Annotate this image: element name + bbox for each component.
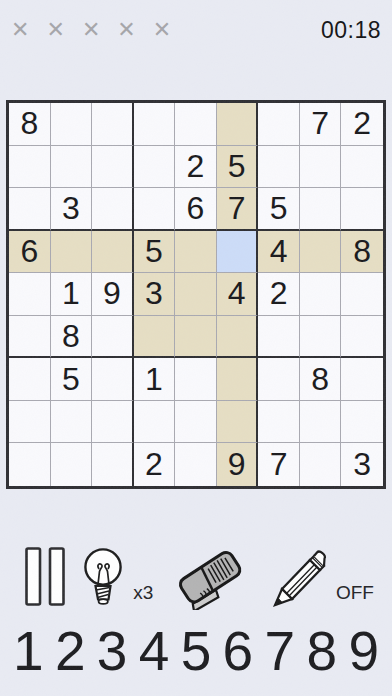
numpad-5[interactable]: 5 (181, 619, 212, 683)
sudoku-cell[interactable] (9, 358, 51, 401)
sudoku-cell[interactable]: 8 (300, 358, 342, 401)
sudoku-cell[interactable]: 3 (134, 273, 176, 316)
sudoku-cell[interactable]: 1 (51, 273, 93, 316)
pencil-icon (266, 545, 332, 609)
sudoku-cell[interactable]: 2 (258, 273, 300, 316)
sudoku-cell[interactable] (92, 188, 134, 231)
sudoku-board: 87225367565481934285182973 (6, 100, 386, 489)
sudoku-cell[interactable] (217, 316, 259, 359)
sudoku-cell[interactable]: 5 (217, 146, 259, 189)
sudoku-cell[interactable]: 3 (341, 443, 383, 486)
sudoku-cell[interactable]: 8 (341, 231, 383, 274)
numpad-3[interactable]: 3 (97, 619, 128, 683)
sudoku-cell[interactable] (92, 146, 134, 189)
pencil-button[interactable]: OFF (266, 545, 374, 609)
numpad-1[interactable]: 1 (13, 619, 44, 683)
sudoku-cell[interactable] (300, 146, 342, 189)
sudoku-cell[interactable] (175, 401, 217, 444)
sudoku-cell[interactable] (9, 443, 51, 486)
pause-button[interactable] (24, 546, 66, 608)
sudoku-cell[interactable] (134, 103, 176, 146)
sudoku-cell[interactable] (51, 231, 93, 274)
sudoku-cell[interactable]: 2 (134, 443, 176, 486)
numpad-6[interactable]: 6 (223, 619, 254, 683)
sudoku-cell[interactable]: 4 (258, 231, 300, 274)
sudoku-cell[interactable] (9, 146, 51, 189)
eraser-button[interactable] (167, 544, 253, 610)
sudoku-cell[interactable]: 7 (300, 103, 342, 146)
sudoku-cell[interactable] (92, 316, 134, 359)
sudoku-cell[interactable] (217, 103, 259, 146)
sudoku-cell[interactable]: 5 (51, 358, 93, 401)
mistake-x-icon: ✕ (82, 16, 100, 44)
sudoku-cell[interactable] (341, 401, 383, 444)
sudoku-cell[interactable] (175, 273, 217, 316)
numpad-9[interactable]: 9 (348, 619, 379, 683)
number-pad: 123456789 (0, 616, 392, 686)
sudoku-cell[interactable] (341, 273, 383, 316)
numpad-8[interactable]: 8 (306, 619, 337, 683)
sudoku-cell[interactable] (92, 358, 134, 401)
sudoku-cell[interactable]: 8 (9, 103, 51, 146)
sudoku-cell[interactable] (175, 358, 217, 401)
sudoku-cell[interactable] (9, 273, 51, 316)
sudoku-cell[interactable] (92, 401, 134, 444)
sudoku-cell[interactable]: 2 (341, 103, 383, 146)
sudoku-cell[interactable] (217, 358, 259, 401)
sudoku-cell[interactable] (217, 401, 259, 444)
mistake-x-icon: ✕ (46, 16, 64, 44)
sudoku-cell[interactable]: 1 (134, 358, 176, 401)
sudoku-cell[interactable]: 6 (175, 188, 217, 231)
sudoku-cell[interactable] (92, 443, 134, 486)
sudoku-cell[interactable] (134, 401, 176, 444)
sudoku-cell[interactable] (341, 146, 383, 189)
sudoku-cell[interactable]: 9 (217, 443, 259, 486)
sudoku-cell[interactable] (51, 401, 93, 444)
timer: 00:18 (321, 17, 381, 44)
sudoku-cell[interactable] (300, 273, 342, 316)
sudoku-cell[interactable]: 7 (217, 188, 259, 231)
sudoku-app-screen: ✕✕✕✕✕ 00:18 87225367565481934285182973 (0, 0, 392, 696)
sudoku-cell[interactable] (134, 316, 176, 359)
hint-button[interactable]: x3 (79, 545, 153, 609)
sudoku-cell[interactable] (300, 443, 342, 486)
hint-count-label: x3 (133, 582, 153, 604)
sudoku-cell[interactable]: 3 (51, 188, 93, 231)
sudoku-cell[interactable]: 7 (258, 443, 300, 486)
lightbulb-icon (79, 545, 129, 609)
sudoku-cell[interactable] (51, 103, 93, 146)
sudoku-cell[interactable] (258, 401, 300, 444)
sudoku-cell[interactable]: 5 (134, 231, 176, 274)
pencil-mode-label: OFF (336, 582, 374, 604)
sudoku-cell[interactable] (92, 231, 134, 274)
sudoku-cell[interactable]: 8 (51, 316, 93, 359)
sudoku-cell[interactable] (300, 188, 342, 231)
sudoku-cell[interactable] (300, 401, 342, 444)
numpad-4[interactable]: 4 (139, 619, 170, 683)
sudoku-cell[interactable]: 5 (258, 188, 300, 231)
sudoku-cell[interactable] (175, 103, 217, 146)
sudoku-cell[interactable] (51, 146, 93, 189)
sudoku-cell[interactable] (258, 358, 300, 401)
mistake-x-icon: ✕ (153, 16, 171, 44)
mistake-x-icon: ✕ (11, 16, 29, 44)
numpad-2[interactable]: 2 (55, 619, 86, 683)
sudoku-cell[interactable] (9, 316, 51, 359)
sudoku-cell[interactable] (341, 188, 383, 231)
sudoku-cell[interactable] (341, 316, 383, 359)
sudoku-cell[interactable] (258, 146, 300, 189)
sudoku-cell[interactable] (92, 103, 134, 146)
selected-cell[interactable] (217, 231, 259, 274)
sudoku-cell[interactable] (9, 188, 51, 231)
sudoku-cell[interactable] (300, 231, 342, 274)
sudoku-cell[interactable] (134, 146, 176, 189)
toolbar: x3 (0, 536, 392, 618)
sudoku-cell[interactable] (300, 316, 342, 359)
numpad-7[interactable]: 7 (265, 619, 296, 683)
sudoku-cell[interactable]: 6 (9, 231, 51, 274)
sudoku-cell[interactable] (258, 103, 300, 146)
mistake-x-icon: ✕ (117, 16, 135, 44)
sudoku-cell[interactable]: 9 (92, 273, 134, 316)
sudoku-cell[interactable]: 4 (217, 273, 259, 316)
sudoku-cell[interactable]: 2 (175, 146, 217, 189)
sudoku-cell[interactable] (175, 316, 217, 359)
sudoku-cell[interactable] (9, 401, 51, 444)
mistake-counter: ✕✕✕✕✕ (11, 16, 188, 44)
sudoku-cell[interactable] (341, 358, 383, 401)
sudoku-cell[interactable] (175, 231, 217, 274)
eraser-icon (167, 544, 253, 610)
sudoku-cell[interactable] (134, 188, 176, 231)
sudoku-cell[interactable] (51, 443, 93, 486)
sudoku-cell[interactable] (258, 316, 300, 359)
sudoku-cell[interactable] (175, 443, 217, 486)
pause-icon (24, 546, 66, 608)
